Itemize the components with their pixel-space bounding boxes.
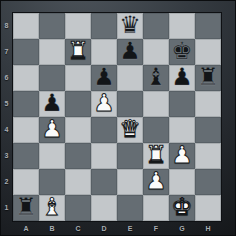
square-b5[interactable]: ♟ — [39, 91, 65, 117]
white-queen[interactable]: ♛ — [119, 116, 141, 142]
square-a6[interactable] — [13, 65, 39, 91]
square-e4[interactable]: ♛ — [117, 117, 143, 143]
square-g4[interactable] — [169, 117, 195, 143]
square-c8[interactable] — [65, 13, 91, 39]
square-g7[interactable]: ♚ — [169, 39, 195, 65]
square-f5[interactable] — [143, 91, 169, 117]
square-h5[interactable] — [195, 91, 221, 117]
white-rook[interactable]: ♜ — [145, 142, 167, 168]
square-f8[interactable] — [143, 13, 169, 39]
square-a8[interactable] — [13, 13, 39, 39]
square-h2[interactable] — [195, 169, 221, 195]
rank-label-5: 5 — [0, 91, 13, 117]
rank-label-7: 7 — [0, 39, 13, 65]
square-d4[interactable] — [91, 117, 117, 143]
square-a7[interactable] — [13, 39, 39, 65]
file-label-g: G — [169, 222, 195, 236]
square-b2[interactable] — [39, 169, 65, 195]
square-c5[interactable] — [65, 91, 91, 117]
square-e8[interactable]: ♛ — [117, 13, 143, 39]
square-b1[interactable]: ♝ — [39, 195, 65, 221]
square-d3[interactable] — [91, 143, 117, 169]
square-c2[interactable] — [65, 169, 91, 195]
square-c6[interactable] — [65, 65, 91, 91]
square-g2[interactable] — [169, 169, 195, 195]
square-f6[interactable]: ♝ — [143, 65, 169, 91]
file-label-f: F — [143, 222, 169, 236]
white-king[interactable]: ♚ — [171, 194, 193, 220]
white-pawn[interactable]: ♟ — [145, 168, 167, 194]
square-b3[interactable] — [39, 143, 65, 169]
black-pawn[interactable]: ♟ — [119, 38, 141, 64]
chess-board-frame: ♛♜♟♚♟♝♟♜♟♟♟♛♜♟♟♜♝♚ 87654321 ABCDEFGH — [0, 0, 236, 236]
black-pawn[interactable]: ♟ — [93, 64, 115, 90]
square-b4[interactable]: ♟ — [39, 117, 65, 143]
black-bishop[interactable]: ♝ — [145, 64, 167, 90]
square-a5[interactable] — [13, 91, 39, 117]
file-label-h: H — [195, 222, 221, 236]
square-a4[interactable] — [13, 117, 39, 143]
square-a2[interactable] — [13, 169, 39, 195]
square-c7[interactable]: ♜ — [65, 39, 91, 65]
black-rook[interactable]: ♜ — [15, 194, 37, 220]
rank-label-2: 2 — [0, 169, 13, 195]
square-a3[interactable] — [13, 143, 39, 169]
chess-board: ♛♜♟♚♟♝♟♜♟♟♟♛♜♟♟♜♝♚ — [13, 13, 221, 221]
square-h1[interactable] — [195, 195, 221, 221]
square-b8[interactable] — [39, 13, 65, 39]
white-bishop[interactable]: ♝ — [41, 194, 63, 220]
square-f3[interactable]: ♜ — [143, 143, 169, 169]
square-g8[interactable] — [169, 13, 195, 39]
rank-label-3: 3 — [0, 143, 13, 169]
square-g3[interactable]: ♟ — [169, 143, 195, 169]
square-h4[interactable] — [195, 117, 221, 143]
square-e5[interactable] — [117, 91, 143, 117]
file-label-e: E — [117, 222, 143, 236]
square-e6[interactable] — [117, 65, 143, 91]
black-queen[interactable]: ♛ — [119, 12, 141, 38]
square-c3[interactable] — [65, 143, 91, 169]
file-label-a: A — [13, 222, 39, 236]
black-pawn[interactable]: ♟ — [171, 64, 193, 90]
square-c1[interactable] — [65, 195, 91, 221]
square-b6[interactable] — [39, 65, 65, 91]
white-pawn[interactable]: ♟ — [171, 142, 193, 168]
square-b7[interactable] — [39, 39, 65, 65]
square-h6[interactable]: ♜ — [195, 65, 221, 91]
square-f4[interactable] — [143, 117, 169, 143]
black-rook[interactable]: ♜ — [197, 64, 219, 90]
square-e3[interactable] — [117, 143, 143, 169]
square-c4[interactable] — [65, 117, 91, 143]
square-h3[interactable] — [195, 143, 221, 169]
square-f7[interactable] — [143, 39, 169, 65]
rank-label-6: 6 — [0, 65, 13, 91]
square-g6[interactable]: ♟ — [169, 65, 195, 91]
file-label-d: D — [91, 222, 117, 236]
square-e1[interactable] — [117, 195, 143, 221]
rank-label-1: 1 — [0, 195, 13, 221]
square-h8[interactable] — [195, 13, 221, 39]
square-e7[interactable]: ♟ — [117, 39, 143, 65]
square-a1[interactable]: ♜ — [13, 195, 39, 221]
square-d2[interactable] — [91, 169, 117, 195]
file-label-b: B — [39, 222, 65, 236]
white-pawn[interactable]: ♟ — [93, 90, 115, 116]
square-g5[interactable] — [169, 91, 195, 117]
square-d1[interactable] — [91, 195, 117, 221]
square-d5[interactable]: ♟ — [91, 91, 117, 117]
rank-label-8: 8 — [0, 13, 13, 39]
square-g1[interactable]: ♚ — [169, 195, 195, 221]
white-pawn[interactable]: ♟ — [41, 116, 63, 142]
white-rook[interactable]: ♜ — [67, 38, 89, 64]
square-f1[interactable] — [143, 195, 169, 221]
black-king[interactable]: ♚ — [171, 38, 193, 64]
black-pawn[interactable]: ♟ — [41, 90, 63, 116]
square-f2[interactable]: ♟ — [143, 169, 169, 195]
square-d7[interactable] — [91, 39, 117, 65]
square-h7[interactable] — [195, 39, 221, 65]
rank-label-4: 4 — [0, 117, 13, 143]
square-d8[interactable] — [91, 13, 117, 39]
square-e2[interactable] — [117, 169, 143, 195]
square-d6[interactable]: ♟ — [91, 65, 117, 91]
file-label-c: C — [65, 222, 91, 236]
